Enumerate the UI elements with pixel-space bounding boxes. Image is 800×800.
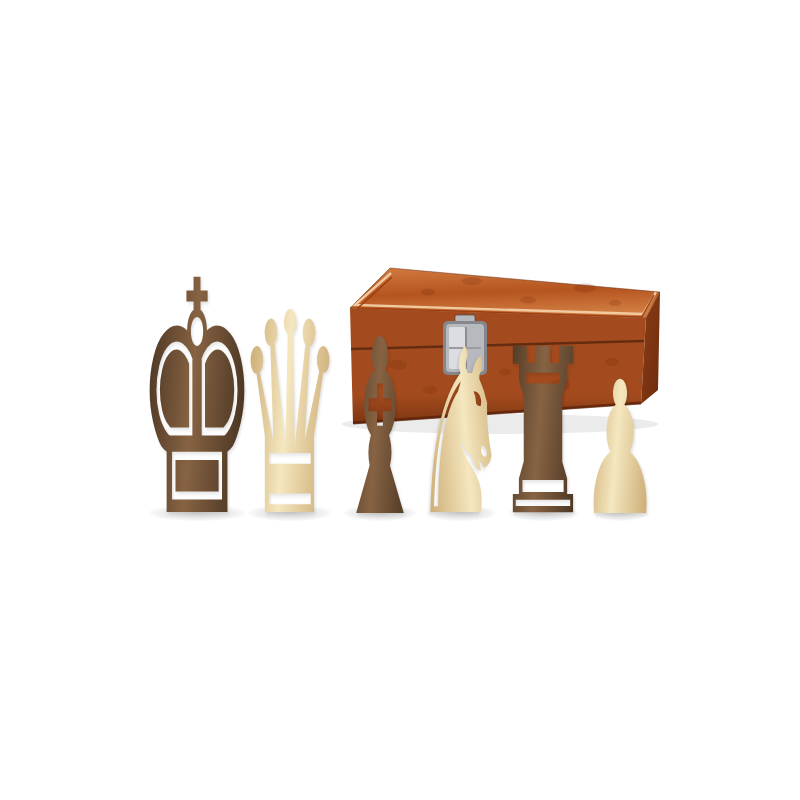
chess-piece-light-queen: ♛ [238,277,343,555]
chess-piece-dark-bishop: ♝ [334,308,425,550]
product-photo: ♚♛♝♞♜♟ [0,0,800,800]
chess-piece-dark-rook: ♜ [495,319,591,547]
chess-piece-light-pawn: ♟ [580,357,659,541]
